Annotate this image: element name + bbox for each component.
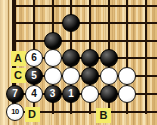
move-number: 6 xyxy=(31,53,37,63)
move-number: 7 xyxy=(12,89,18,99)
stone-black-move-3: 3 xyxy=(44,85,62,103)
stone-black-move-1: 1 xyxy=(62,85,80,103)
stone-black-move-7: 7 xyxy=(6,85,24,103)
move-number: 3 xyxy=(50,89,56,99)
stone-white xyxy=(118,67,136,85)
stone-white-move-10: 10 xyxy=(6,103,24,121)
stone-white-move-6: 6 xyxy=(25,49,43,67)
move-number: 1 xyxy=(68,89,74,99)
stone-white xyxy=(44,49,62,67)
point-label-C: C xyxy=(11,68,26,83)
grid-vline xyxy=(145,0,147,114)
stone-black xyxy=(62,14,80,32)
move-number: 10 xyxy=(11,108,18,116)
move-number: 4 xyxy=(31,89,37,99)
move-number: 5 xyxy=(31,71,37,81)
point-label-B: B xyxy=(96,108,111,123)
stone-black xyxy=(62,49,80,67)
point-label-A: A xyxy=(11,51,26,66)
go-diagram: ACDB65743110 xyxy=(0,0,157,125)
stone-black-move-5: 5 xyxy=(25,67,43,85)
stone-white xyxy=(100,67,118,85)
stone-white-move-4: 4 xyxy=(25,85,43,103)
stone-black xyxy=(100,49,118,67)
stone-white xyxy=(81,85,99,103)
stone-black xyxy=(100,85,118,103)
stone-white xyxy=(118,85,136,103)
stone-white xyxy=(62,67,80,85)
stone-black xyxy=(81,67,99,85)
point-label-D: D xyxy=(25,107,40,122)
stone-white xyxy=(44,67,62,85)
stone-black xyxy=(44,32,62,50)
stone-black xyxy=(81,49,99,67)
